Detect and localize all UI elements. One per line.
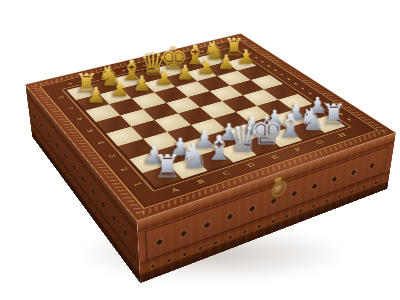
file-label-a: A xyxy=(169,186,180,193)
file-label-c: C xyxy=(221,170,232,177)
file-label-g: G xyxy=(314,139,325,145)
rank-label-8: 8 xyxy=(56,96,66,100)
file-label-e: E xyxy=(270,154,281,160)
piece-silver-knight-b1[interactable]: ♞ xyxy=(179,140,209,174)
piece-silver-rook-a1[interactable]: ♜ xyxy=(154,150,183,182)
piece-gold-pawn-d7[interactable]: ♟ xyxy=(155,68,174,89)
piece-gold-pawn-c7[interactable]: ♟ xyxy=(133,73,152,94)
rank-label-6: 6 xyxy=(74,117,84,121)
rank-label-4: 4 xyxy=(95,140,106,145)
chess-box: A B C D E F G H 8 7 6 5 4 xyxy=(32,78,388,280)
piece-gold-pawn-a7[interactable]: ♟ xyxy=(87,85,107,107)
piece-gold-pawn-g7[interactable]: ♟ xyxy=(217,53,235,73)
file-label-f: F xyxy=(292,147,303,153)
rank-label-3: 3 xyxy=(106,153,117,158)
scene-3d: A B C D E F G H 8 7 6 5 4 xyxy=(0,0,400,300)
rank-label-7: 7 xyxy=(65,106,75,110)
rank-label-5: 5 xyxy=(84,128,94,133)
piece-gold-pawn-e7[interactable]: ♟ xyxy=(176,63,194,84)
file-label-d: D xyxy=(245,162,257,169)
rank-label-2: 2 xyxy=(118,167,129,173)
product-photo-stage: A B C D E F G H 8 7 6 5 4 xyxy=(0,0,400,300)
piece-gold-pawn-b7[interactable]: ♟ xyxy=(110,79,129,100)
piece-gold-pawn-f7[interactable]: ♟ xyxy=(197,58,215,78)
file-label-h: H xyxy=(336,132,348,138)
rank-label-1: 1 xyxy=(131,181,143,187)
file-label-b: B xyxy=(195,178,206,185)
